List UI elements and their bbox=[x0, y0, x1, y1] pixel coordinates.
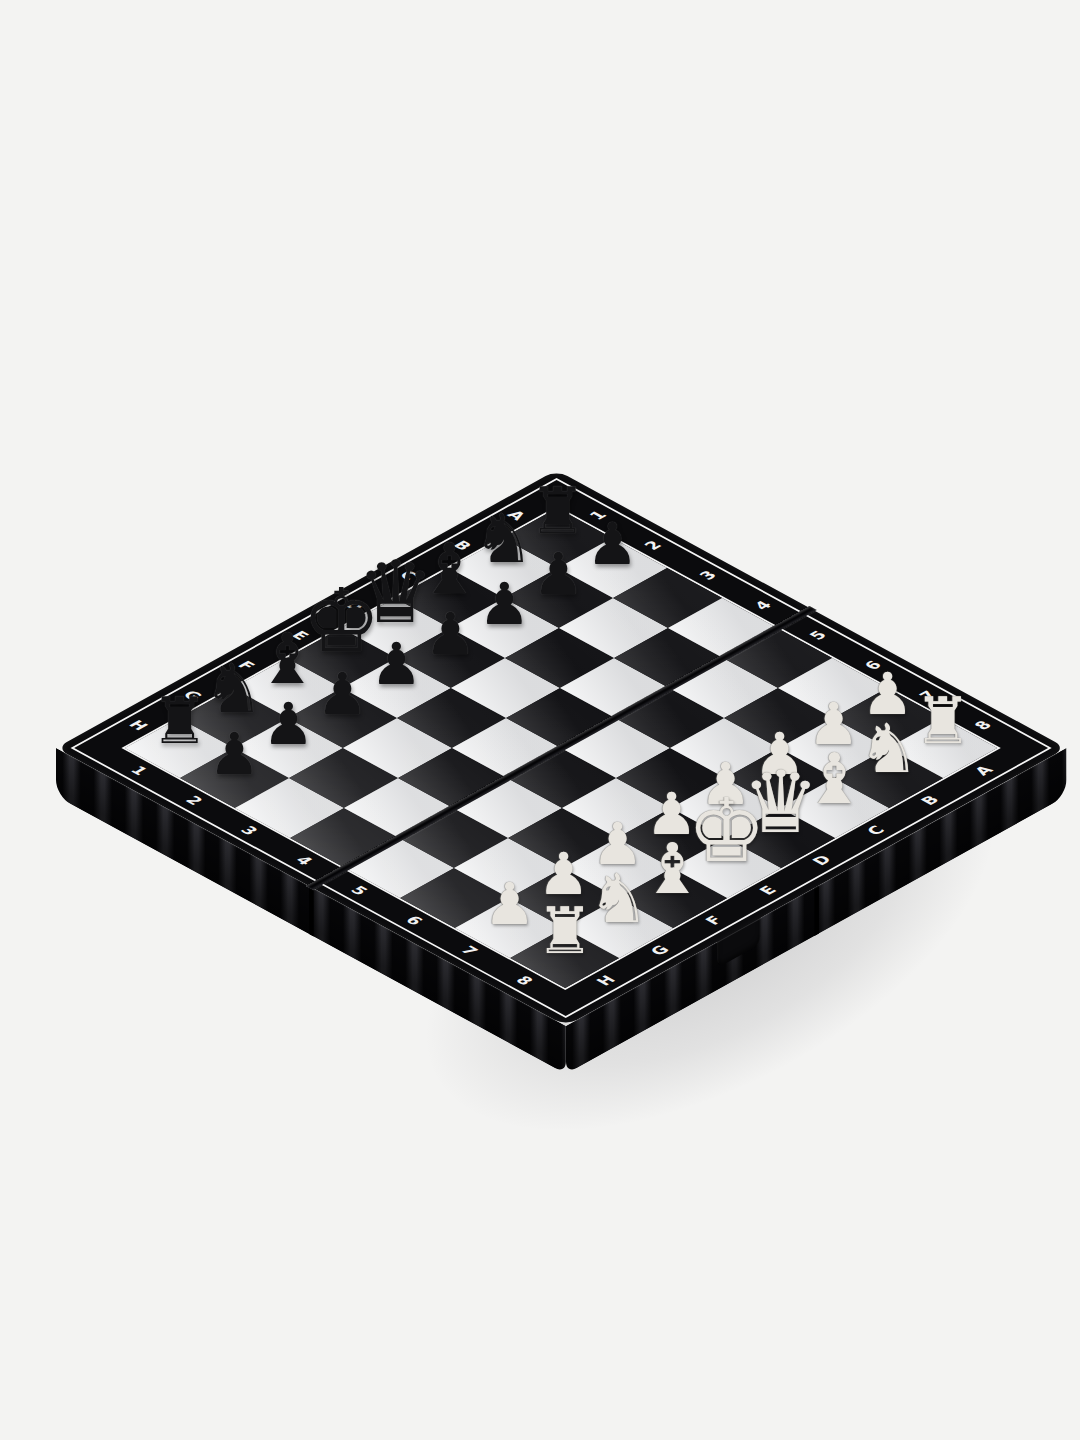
chess-set-photo: HGFEDCBA HGFEDCBA 12345678 12345678 ♜♞♝♛… bbox=[0, 0, 1080, 1440]
piece-white-rook[interactable]: ♜ bbox=[520, 899, 610, 963]
case-hinge-gap bbox=[814, 886, 819, 937]
case-hinge-gap bbox=[309, 886, 314, 937]
piece-black-pawn[interactable]: ♟ bbox=[190, 725, 280, 783]
